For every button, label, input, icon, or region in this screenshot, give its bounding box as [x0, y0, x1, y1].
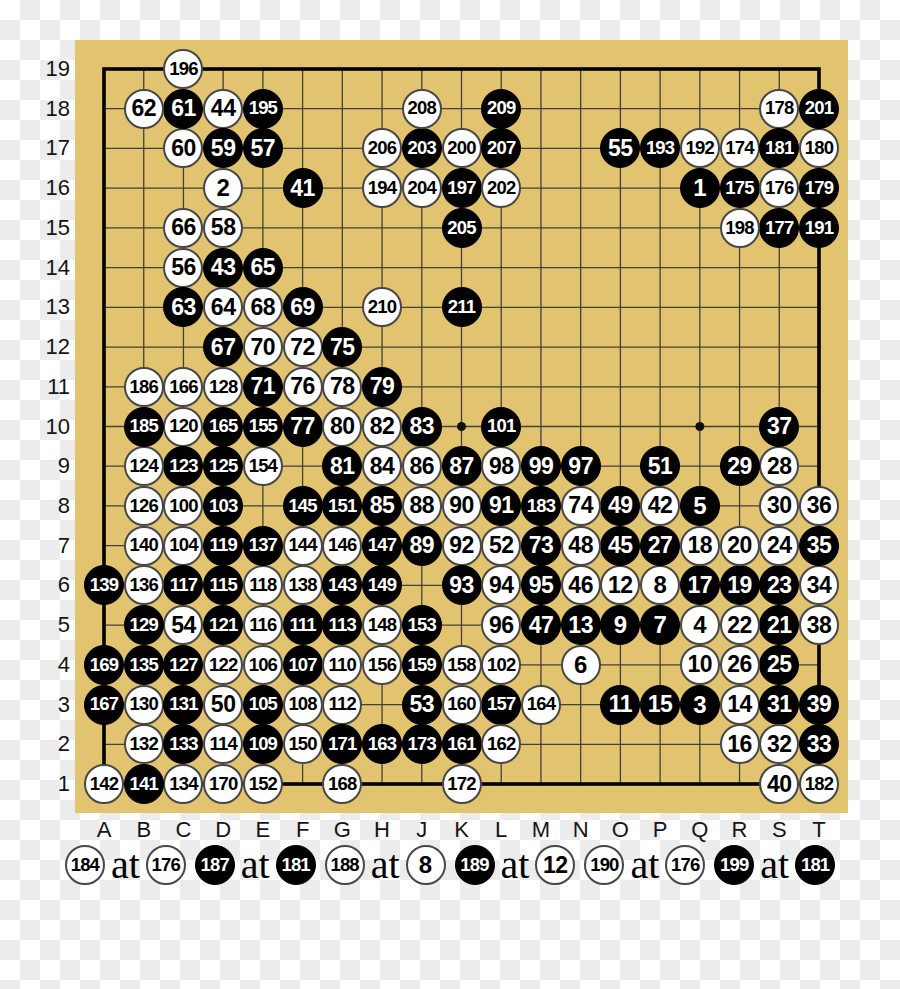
stone-number: 172	[447, 775, 475, 794]
stone-147: 147	[362, 526, 402, 566]
stone-number: 186	[129, 378, 157, 397]
stone-number: 155	[249, 417, 277, 436]
stone-79: 79	[362, 367, 402, 407]
stone-number: 147	[368, 536, 396, 555]
stone-number: 80	[330, 415, 355, 438]
caption-move-stone-184: 184	[65, 845, 105, 885]
stone-number: 83	[409, 415, 434, 438]
stone-number: 14	[727, 693, 752, 716]
stone-number: 85	[370, 494, 395, 517]
stone-number: 101	[487, 417, 515, 436]
stone-number: 84	[370, 455, 395, 478]
stone-number: 16	[727, 733, 752, 756]
stone-number: 120	[169, 417, 197, 436]
stone-number: 168	[328, 775, 356, 794]
stone-93: 93	[442, 565, 482, 605]
stone-124: 124	[124, 446, 164, 486]
stone-198: 198	[720, 208, 760, 248]
stone-number: 87	[449, 455, 474, 478]
column-label-A: A	[87, 817, 121, 843]
stone-number: 11	[609, 693, 632, 716]
caption-move-stone-199: 199	[714, 845, 754, 885]
stone-number: 63	[171, 296, 196, 319]
column-label-B: B	[127, 817, 161, 843]
stone-number: 106	[249, 656, 277, 675]
stone-number: 91	[489, 494, 514, 517]
stone-number: 82	[370, 415, 395, 438]
stone-number: 32	[767, 733, 792, 756]
stone-number: 136	[129, 576, 157, 595]
stone-number: 39	[807, 693, 832, 716]
stone-84: 84	[362, 446, 402, 486]
stone-130: 130	[124, 685, 164, 725]
stone-number: 113	[329, 616, 356, 635]
stone-number: 181	[281, 856, 309, 875]
stone-194: 194	[362, 168, 402, 208]
row-label-15: 15	[36, 215, 70, 241]
stone-number: 45	[608, 534, 633, 557]
caption-at-label: at	[109, 845, 142, 885]
stone-number: 95	[529, 574, 554, 597]
stone-152: 152	[243, 764, 283, 804]
stone-182: 182	[799, 764, 839, 804]
stone-number: 94	[489, 574, 514, 597]
caption-target-stone-181: 181	[276, 845, 316, 885]
stone-29: 29	[720, 446, 760, 486]
stone-number: 62	[131, 97, 156, 120]
stone-number: 169	[90, 656, 118, 675]
stone-number: 138	[288, 576, 316, 595]
caption-target-stone-181: 181	[795, 845, 835, 885]
stone-number: 73	[529, 534, 554, 557]
stone-number: 24	[767, 534, 792, 557]
stone-number: 3	[693, 693, 706, 717]
stone-40: 40	[759, 764, 799, 804]
stone-31: 31	[759, 685, 799, 725]
stone-209: 209	[481, 89, 521, 129]
stone-174: 174	[720, 128, 760, 168]
stone-46: 46	[561, 565, 601, 605]
stone-number: 153	[408, 616, 436, 635]
stone-number: 207	[487, 139, 515, 158]
stone-number: 86	[409, 455, 434, 478]
stone-number: 163	[368, 735, 396, 754]
stone-number: 25	[767, 653, 792, 676]
stone-number: 119	[209, 536, 236, 555]
stone-106: 106	[243, 645, 283, 685]
stone-number: 31	[767, 693, 792, 716]
stone-number: 68	[251, 296, 276, 319]
stone-122: 122	[203, 645, 243, 685]
stone-number: 137	[249, 536, 277, 555]
stone-number: 46	[568, 574, 593, 597]
stone-14: 14	[720, 685, 760, 725]
stone-10: 10	[680, 645, 720, 685]
stone-191: 191	[799, 208, 839, 248]
row-label-19: 19	[36, 56, 70, 82]
stone-73: 73	[521, 526, 561, 566]
stone-number: 53	[409, 693, 434, 716]
stone-186: 186	[124, 367, 164, 407]
stone-99: 99	[521, 446, 561, 486]
stone-71: 71	[243, 367, 283, 407]
stone-number: 1	[693, 176, 706, 200]
stone-38: 38	[799, 605, 839, 645]
stone-number: 4	[693, 613, 706, 637]
caption: 184at176187at181188at8189at12190at176199…	[0, 841, 900, 889]
stone-number: 59	[211, 137, 236, 160]
stone-44: 44	[203, 89, 243, 129]
column-label-T: T	[802, 817, 836, 843]
stone-number: 183	[527, 497, 555, 516]
stone-number: 70	[251, 336, 276, 359]
stone-number: 134	[169, 775, 197, 794]
stone-208: 208	[402, 89, 442, 129]
stone-127: 127	[163, 645, 203, 685]
stone-number: 60	[171, 137, 196, 160]
row-label-18: 18	[36, 96, 70, 122]
stone-140: 140	[124, 526, 164, 566]
stone-number: 182	[805, 775, 833, 794]
stone-number: 47	[529, 614, 554, 637]
caption-target-stone-8: 8	[406, 845, 446, 885]
stone-number: 164	[527, 695, 555, 714]
row-label-5: 5	[36, 612, 70, 638]
stone-number: 5	[693, 494, 706, 518]
stone-1: 1	[680, 168, 720, 208]
stone-74: 74	[561, 486, 601, 526]
stone-number: 18	[688, 534, 713, 557]
stone-number: 41	[290, 177, 315, 200]
stone-number: 114	[209, 735, 236, 754]
stone-number: 37	[767, 415, 792, 438]
row-label-11: 11	[36, 374, 70, 400]
caption-at-label: at	[239, 845, 272, 885]
stone-number: 26	[727, 653, 752, 676]
star-point-K10	[457, 422, 466, 431]
stone-number: 197	[447, 179, 475, 198]
stone-144: 144	[283, 526, 323, 566]
stone-number: 199	[720, 856, 748, 875]
caption-entry-184: 184at176	[65, 845, 186, 885]
stone-65: 65	[243, 248, 283, 288]
stone-number: 12	[543, 854, 568, 877]
stone-90: 90	[442, 486, 482, 526]
diagram-page: 1234567891011121314151617181920212223242…	[0, 0, 900, 989]
stone-number: 15	[648, 693, 673, 716]
stone-number: 188	[330, 856, 358, 875]
stone-number: 157	[487, 695, 515, 714]
stone-number: 166	[169, 378, 197, 397]
stone-138: 138	[283, 565, 323, 605]
stone-170: 170	[203, 764, 243, 804]
stone-26: 26	[720, 645, 760, 685]
stone-number: 117	[170, 576, 197, 595]
stone-76: 76	[283, 367, 323, 407]
stone-number: 209	[487, 99, 515, 118]
stone-number: 206	[368, 139, 396, 158]
stone-161: 161	[442, 724, 482, 764]
stone-19: 19	[720, 565, 760, 605]
stone-number: 121	[209, 616, 237, 635]
caption-entry-189: 189at12	[455, 845, 576, 885]
stone-131: 131	[163, 685, 203, 725]
caption-entry-187: 187at181	[195, 845, 316, 885]
stone-number: 148	[368, 616, 396, 635]
stone-number: 78	[330, 375, 355, 398]
stone-number: 144	[288, 536, 316, 555]
stone-number: 174	[725, 139, 753, 158]
stone-number: 79	[370, 375, 395, 398]
stone-number: 19	[727, 574, 752, 597]
stone-41: 41	[283, 168, 323, 208]
stone-number: 170	[209, 775, 237, 794]
stone-number: 56	[171, 256, 196, 279]
stone-number: 178	[765, 99, 793, 118]
stone-number: 17	[688, 574, 713, 597]
stone-number: 55	[608, 137, 633, 160]
stone-201: 201	[799, 89, 839, 129]
stone-number: 2	[216, 176, 229, 200]
row-label-14: 14	[36, 255, 70, 281]
column-label-J: J	[405, 817, 439, 843]
stone-number: 127	[169, 656, 197, 675]
stone-number: 124	[129, 457, 157, 476]
stone-number: 54	[171, 614, 196, 637]
stone-number: 90	[449, 494, 474, 517]
stone-number: 64	[211, 296, 236, 319]
stone-91: 91	[481, 486, 521, 526]
stone-number: 27	[648, 534, 673, 557]
stone-172: 172	[442, 764, 482, 804]
stone-36: 36	[799, 486, 839, 526]
column-label-K: K	[445, 817, 479, 843]
row-label-9: 9	[36, 453, 70, 479]
stone-number: 150	[288, 735, 316, 754]
caption-move-stone-187: 187	[195, 845, 235, 885]
stone-118: 118	[243, 565, 283, 605]
stone-169: 169	[84, 645, 124, 685]
stone-5: 5	[680, 486, 720, 526]
stone-number: 35	[807, 534, 832, 557]
row-label-12: 12	[36, 334, 70, 360]
go-board: 1234567891011121314151617181920212223242…	[75, 40, 848, 813]
stone-number: 142	[90, 775, 118, 794]
stone-number: 200	[447, 139, 475, 158]
stone-number: 20	[727, 534, 752, 557]
stone-number: 196	[169, 60, 197, 79]
stone-number: 40	[767, 773, 792, 796]
stone-136: 136	[124, 565, 164, 605]
stone-number: 107	[288, 656, 316, 675]
stone-13: 13	[561, 605, 601, 645]
stone-number: 154	[249, 457, 277, 476]
stone-number: 65	[251, 256, 276, 279]
stone-number: 93	[449, 574, 474, 597]
stone-203: 203	[402, 128, 442, 168]
stone-22: 22	[720, 605, 760, 645]
stone-number: 76	[290, 375, 315, 398]
stone-129: 129	[124, 605, 164, 645]
stone-number: 49	[608, 494, 633, 517]
stone-number: 8	[653, 573, 666, 597]
stone-150: 150	[283, 724, 323, 764]
stone-number: 133	[169, 735, 197, 754]
caption-target-stone-176: 176	[665, 845, 705, 885]
stone-121: 121	[203, 605, 243, 645]
stone-153: 153	[402, 605, 442, 645]
stone-number: 152	[249, 775, 277, 794]
column-label-S: S	[762, 817, 796, 843]
caption-at-label: at	[758, 845, 791, 885]
stone-number: 201	[805, 99, 833, 118]
stone-number: 165	[209, 417, 237, 436]
stone-number: 203	[408, 139, 436, 158]
stone-110: 110	[322, 645, 362, 685]
stone-number: 143	[328, 576, 356, 595]
star-point-Q10	[695, 422, 704, 431]
stone-number: 112	[329, 695, 356, 714]
stone-number: 176	[152, 856, 180, 875]
stone-number: 190	[590, 856, 618, 875]
stone-42: 42	[640, 486, 680, 526]
stone-number: 187	[201, 856, 229, 875]
stone-102: 102	[481, 645, 521, 685]
stone-112: 112	[322, 685, 362, 725]
stone-17: 17	[680, 565, 720, 605]
stone-number: 115	[209, 576, 236, 595]
stone-3: 3	[680, 685, 720, 725]
column-label-L: L	[484, 817, 518, 843]
stone-97: 97	[561, 446, 601, 486]
stone-58: 58	[203, 208, 243, 248]
stone-number: 167	[90, 695, 118, 714]
stone-86: 86	[402, 446, 442, 486]
stone-151: 151	[322, 486, 362, 526]
stone-number: 21	[767, 614, 792, 637]
column-label-P: P	[643, 817, 677, 843]
stone-number: 189	[460, 856, 488, 875]
stone-number: 103	[209, 497, 237, 516]
stone-78: 78	[322, 367, 362, 407]
stone-number: 92	[449, 534, 474, 557]
stone-165: 165	[203, 407, 243, 447]
caption-move-stone-190: 190	[584, 845, 624, 885]
stone-116: 116	[243, 605, 283, 645]
column-label-O: O	[603, 817, 637, 843]
stone-103: 103	[203, 486, 243, 526]
stone-number: 51	[648, 455, 673, 478]
stone-number: 38	[807, 614, 832, 637]
stone-number: 129	[129, 616, 157, 635]
stone-number: 71	[251, 375, 276, 398]
stone-15: 15	[640, 685, 680, 725]
stone-number: 118	[249, 576, 276, 595]
stone-82: 82	[362, 407, 402, 447]
stone-185: 185	[124, 407, 164, 447]
stone-211: 211	[442, 287, 482, 327]
stone-number: 105	[249, 695, 277, 714]
stone-number: 149	[368, 576, 396, 595]
stone-104: 104	[163, 526, 203, 566]
stone-37: 37	[759, 407, 799, 447]
stone-number: 195	[249, 99, 277, 118]
row-label-4: 4	[36, 652, 70, 678]
stone-109: 109	[243, 724, 283, 764]
stone-27: 27	[640, 526, 680, 566]
stone-70: 70	[243, 327, 283, 367]
stone-number: 141	[129, 775, 157, 794]
stone-number: 135	[129, 656, 157, 675]
caption-entry-190: 190at176	[584, 845, 705, 885]
stone-number: 179	[805, 179, 833, 198]
stone-number: 211	[448, 298, 475, 317]
stone-24: 24	[759, 526, 799, 566]
stone-87: 87	[442, 446, 482, 486]
stone-83: 83	[402, 407, 442, 447]
stone-177: 177	[759, 208, 799, 248]
column-label-H: H	[365, 817, 399, 843]
stone-72: 72	[283, 327, 323, 367]
stone-111: 111	[283, 605, 323, 645]
stone-number: 109	[249, 735, 277, 754]
stone-20: 20	[720, 526, 760, 566]
stone-68: 68	[243, 287, 283, 327]
stone-number: 210	[368, 298, 396, 317]
stone-number: 171	[328, 735, 356, 754]
stone-154: 154	[243, 446, 283, 486]
row-label-2: 2	[36, 731, 70, 757]
column-label-F: F	[286, 817, 320, 843]
row-label-16: 16	[36, 175, 70, 201]
stone-number: 151	[328, 497, 356, 516]
stone-number: 6	[574, 653, 587, 677]
stone-number: 205	[447, 219, 475, 238]
stone-6: 6	[561, 645, 601, 685]
stone-145: 145	[283, 486, 323, 526]
stone-108: 108	[283, 685, 323, 725]
stone-164: 164	[521, 685, 561, 725]
stone-number: 146	[328, 536, 356, 555]
stone-number: 88	[409, 494, 434, 517]
stone-number: 145	[288, 497, 316, 516]
stone-number: 69	[290, 296, 315, 319]
stone-number: 34	[807, 574, 832, 597]
stone-67: 67	[203, 327, 243, 367]
stone-number: 160	[447, 695, 475, 714]
stone-number: 98	[489, 455, 514, 478]
stone-56: 56	[163, 248, 203, 288]
stone-39: 39	[799, 685, 839, 725]
stone-number: 184	[71, 856, 99, 875]
stone-number: 156	[368, 656, 396, 675]
stone-number: 104	[169, 536, 197, 555]
stone-number: 33	[807, 733, 832, 756]
stone-4: 4	[680, 605, 720, 645]
stone-number: 177	[765, 219, 793, 238]
row-label-17: 17	[36, 135, 70, 161]
stone-number: 7	[653, 613, 666, 637]
stone-number: 122	[209, 656, 237, 675]
caption-target-stone-12: 12	[535, 845, 575, 885]
stone-128: 128	[203, 367, 243, 407]
stone-number: 66	[171, 216, 196, 239]
stone-number: 123	[169, 457, 197, 476]
stone-166: 166	[163, 367, 203, 407]
stone-155: 155	[243, 407, 283, 447]
stone-18: 18	[680, 526, 720, 566]
stone-number: 159	[408, 656, 436, 675]
